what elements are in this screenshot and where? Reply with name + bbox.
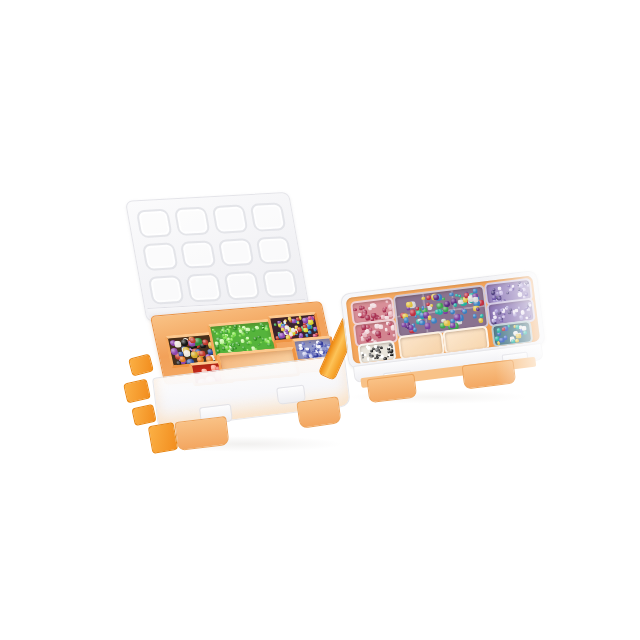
bead — [233, 324, 238, 328]
bead — [506, 292, 509, 295]
side-latch-3 — [131, 404, 156, 426]
bead — [365, 345, 368, 348]
bead — [304, 355, 308, 359]
bead — [501, 328, 506, 333]
bead — [261, 324, 264, 327]
bead — [493, 319, 496, 322]
bead — [361, 338, 365, 342]
bead — [493, 288, 496, 291]
bead — [267, 341, 270, 344]
side-latch-4 — [148, 422, 178, 454]
bead — [388, 343, 392, 347]
bead — [229, 343, 232, 346]
bead — [377, 316, 381, 320]
bead — [248, 340, 252, 344]
bead — [367, 358, 370, 361]
bead — [273, 323, 277, 326]
bead — [309, 341, 311, 343]
lid-emboss-cell — [250, 202, 287, 231]
bead — [370, 349, 374, 353]
bead — [461, 309, 466, 314]
bead — [427, 315, 432, 320]
bead — [521, 325, 527, 331]
bead — [509, 288, 513, 292]
bead — [246, 331, 249, 334]
bead — [319, 350, 324, 354]
bead — [367, 336, 372, 341]
bead — [261, 338, 265, 341]
bead — [453, 302, 458, 307]
bead — [230, 347, 234, 351]
bead — [373, 304, 377, 308]
bead — [526, 316, 529, 319]
lid-emboss-cell — [224, 271, 261, 300]
bead — [512, 310, 516, 314]
bead — [435, 309, 441, 315]
bead — [298, 344, 302, 348]
bead — [246, 336, 249, 339]
bead — [515, 339, 519, 343]
bead — [362, 357, 364, 359]
bead — [503, 335, 508, 340]
bead — [315, 332, 319, 336]
lid-emboss-cell — [256, 236, 293, 265]
open-clear-lid — [125, 192, 311, 322]
bead — [233, 333, 236, 335]
bead — [517, 292, 522, 297]
bead — [392, 333, 395, 336]
bead — [387, 346, 389, 348]
bead — [363, 353, 367, 357]
bead — [305, 347, 309, 350]
side-latch-2 — [123, 379, 151, 404]
bead — [507, 310, 512, 315]
lid-emboss-cell — [136, 209, 173, 238]
lid-emboss-cell — [174, 207, 211, 236]
bead — [230, 338, 233, 341]
bead — [385, 300, 389, 304]
lid-emboss-cell — [262, 269, 299, 298]
lid-emboss-cell — [148, 275, 185, 304]
bead — [524, 292, 528, 296]
bead — [502, 315, 506, 319]
bead — [384, 328, 388, 332]
bead — [242, 346, 246, 349]
bead — [353, 308, 357, 312]
bead — [255, 326, 259, 330]
lid-emboss-grid — [136, 202, 299, 304]
side-latch-1 — [128, 353, 154, 376]
bead — [372, 357, 375, 360]
bead — [241, 339, 245, 343]
lid-emboss-cell — [180, 240, 217, 269]
bead — [498, 290, 503, 295]
closed-organizer-box — [340, 270, 552, 406]
bead — [426, 295, 431, 300]
lid-emboss-cell — [218, 238, 255, 267]
bead — [476, 307, 481, 312]
bead — [296, 321, 300, 324]
lid-emboss-cell — [212, 204, 249, 233]
bead — [518, 315, 523, 320]
bead — [237, 344, 241, 347]
right-box-foot-2 — [462, 359, 517, 389]
bead — [323, 344, 326, 347]
left-box-foot-2 — [296, 396, 341, 429]
bead — [367, 306, 372, 311]
bead — [529, 304, 532, 307]
bead — [375, 348, 379, 352]
bead — [253, 337, 258, 341]
bead — [302, 327, 308, 333]
bead — [219, 338, 225, 343]
product-photo — [0, 0, 640, 640]
bead — [387, 311, 393, 317]
bead — [241, 327, 245, 330]
bead — [526, 283, 530, 287]
bead — [449, 322, 455, 328]
bead — [307, 316, 312, 320]
bead — [318, 341, 323, 346]
bead — [497, 287, 501, 291]
bead — [201, 339, 208, 345]
lid-emboss-cell — [186, 273, 223, 302]
bead — [258, 343, 261, 346]
bead — [515, 333, 521, 339]
bead — [314, 348, 317, 350]
bead — [263, 327, 268, 331]
bead — [389, 349, 393, 353]
container-teal-beads — [491, 320, 533, 348]
bead — [215, 332, 218, 335]
lid-emboss-cell — [142, 242, 179, 271]
bead — [387, 332, 390, 335]
bead — [285, 335, 291, 340]
